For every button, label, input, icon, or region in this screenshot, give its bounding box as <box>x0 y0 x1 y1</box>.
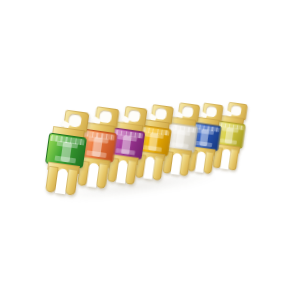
fuse-element-window <box>194 140 212 147</box>
fuse-element-window <box>143 144 162 151</box>
fuse-element-window <box>115 148 135 155</box>
product-photo <box>0 0 300 300</box>
fuse-element-window <box>54 155 75 163</box>
fuse-element-window <box>170 141 188 148</box>
